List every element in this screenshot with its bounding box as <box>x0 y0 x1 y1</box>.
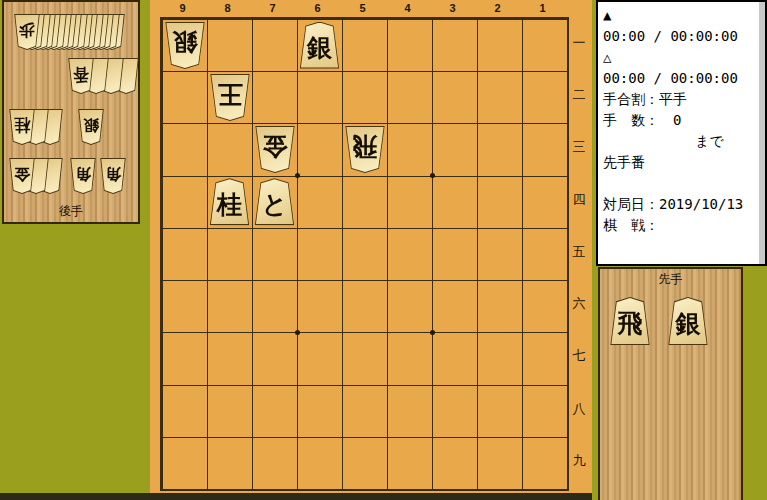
piece-face: 桂 <box>211 179 249 224</box>
shogi-piece-桂[interactable]: 桂 <box>9 109 35 145</box>
piece-face: 桂 <box>10 110 34 144</box>
piece-face: 角 <box>101 159 125 193</box>
piece-face: 銀 <box>669 298 707 344</box>
rank-label-4: 四 <box>566 174 592 226</box>
sente-clock: 00:00 / 00:00:00 <box>603 26 757 47</box>
rank-label-6: 六 <box>566 278 592 330</box>
shogi-piece-飛[interactable]: 飛 <box>345 126 385 173</box>
handicap-label: 手合割：平手 <box>603 89 757 110</box>
piece-kanji: 桂 <box>217 187 242 217</box>
piece-face: 飛 <box>611 298 649 344</box>
panel-scrollbar[interactable] <box>759 2 765 264</box>
rank-label-1: 一 <box>566 17 592 69</box>
rank-label-5: 五 <box>566 226 592 278</box>
star-point <box>430 330 435 335</box>
piece-face: 金 <box>256 127 294 172</box>
piece-kanji: 桂 <box>14 117 30 136</box>
sente-mark: ▲ <box>603 5 757 26</box>
file-label-8: 8 <box>205 2 250 14</box>
shogi-piece-王[interactable]: 王 <box>210 74 250 121</box>
blank-line <box>603 173 757 194</box>
piece-face: 金 <box>10 159 34 193</box>
file-label-5: 5 <box>340 2 385 14</box>
shogi-piece-と[interactable]: と <box>255 178 295 225</box>
shogi-piece-銀[interactable]: 銀 <box>668 297 708 345</box>
game-date-label: 対局日：2019/10/13 <box>603 194 757 215</box>
game-info-panel: ▲ 00:00 / 00:00:00 △ 00:00 / 00:00:00 手合… <box>596 0 767 266</box>
file-label-4: 4 <box>385 2 430 14</box>
file-label-2: 2 <box>475 2 520 14</box>
file-label-6: 6 <box>295 2 340 14</box>
made-label: まで <box>695 133 724 149</box>
gote-captured-tray: 後手 歩香桂銀金角角 <box>2 0 140 224</box>
piece-kanji: 王 <box>217 82 242 112</box>
piece-kanji: 銀 <box>172 30 197 60</box>
piece-kanji: 銀 <box>676 306 701 336</box>
turn-label: 先手番 <box>603 152 757 173</box>
move-count-label: 手 数： 0 <box>603 110 757 131</box>
piece-kanji: 香 <box>73 66 89 85</box>
star-point <box>430 173 435 178</box>
piece-face: 飛 <box>346 127 384 172</box>
file-label-1: 1 <box>520 2 565 14</box>
piece-face: 銀 <box>301 23 339 68</box>
shogi-piece-歩[interactable]: 歩 <box>14 14 40 50</box>
shogi-piece-香[interactable]: 香 <box>68 58 94 94</box>
gote-mark: △ <box>603 47 757 68</box>
piece-kanji: 角 <box>105 166 121 185</box>
shogi-piece-銀[interactable]: 銀 <box>78 109 104 145</box>
shogi-board: 銀銀王金飛桂と 987654321一二三四五六七八九 <box>150 0 592 493</box>
piece-face: 角 <box>71 159 95 193</box>
shogi-piece-銀[interactable]: 銀 <box>165 22 205 69</box>
piece-face: 歩 <box>15 15 39 49</box>
piece-face: 王 <box>211 75 249 120</box>
rank-label-8: 八 <box>566 383 592 435</box>
piece-kanji: 金 <box>14 166 30 185</box>
piece-kanji: 飛 <box>618 306 643 336</box>
sente-tray-label: 先手 <box>600 271 741 288</box>
shogi-piece-角[interactable]: 角 <box>100 158 126 194</box>
rank-label-7: 七 <box>566 330 592 382</box>
piece-kanji: 飛 <box>352 134 377 164</box>
piece-kanji: 歩 <box>19 22 35 41</box>
shogi-piece-銀[interactable]: 銀 <box>300 22 340 69</box>
gote-tray-label: 後手 <box>4 203 138 220</box>
piece-face: 銀 <box>166 23 204 68</box>
piece-kanji: 金 <box>262 134 287 164</box>
piece-kanji: 角 <box>75 166 91 185</box>
board-bottom-edge <box>0 493 592 500</box>
shogi-app-window: 銀銀王金飛桂と 987654321一二三四五六七八九 後手 歩香桂銀金角角 先手… <box>0 0 767 500</box>
piece-kanji: 銀 <box>307 30 332 60</box>
event-label: 棋 戦： <box>603 215 757 236</box>
rank-label-3: 三 <box>566 121 592 173</box>
board-grid[interactable]: 銀銀王金飛桂と <box>160 17 569 491</box>
star-point <box>295 330 300 335</box>
file-label-7: 7 <box>250 2 295 14</box>
file-label-9: 9 <box>160 2 205 14</box>
shogi-piece-飛[interactable]: 飛 <box>610 297 650 345</box>
shogi-piece-桂[interactable]: 桂 <box>210 178 250 225</box>
star-point <box>295 173 300 178</box>
shogi-piece-角[interactable]: 角 <box>70 158 96 194</box>
piece-face: 香 <box>69 59 93 93</box>
rank-label-2: 二 <box>566 69 592 121</box>
piece-face: 銀 <box>79 110 103 144</box>
shogi-piece-金[interactable]: 金 <box>255 126 295 173</box>
piece-face: と <box>256 179 294 224</box>
shogi-piece-金[interactable]: 金 <box>9 158 35 194</box>
rank-label-9: 九 <box>566 435 592 487</box>
piece-kanji: 銀 <box>83 117 99 136</box>
panel-content: ▲ 00:00 / 00:00:00 △ 00:00 / 00:00:00 手合… <box>603 5 757 236</box>
file-label-3: 3 <box>430 2 475 14</box>
piece-kanji: と <box>262 187 288 217</box>
sente-captured-tray: 先手 飛銀 <box>598 267 743 500</box>
gote-clock: 00:00 / 00:00:00 <box>603 68 757 89</box>
